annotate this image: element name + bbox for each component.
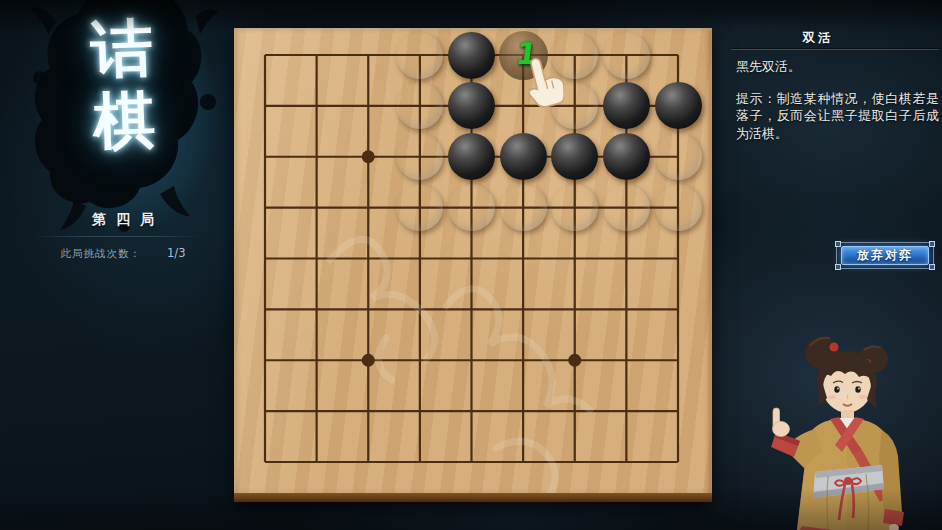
vignette-overlay [0, 0, 942, 530]
game-screen: 诘 棋 第四局 此局挑战次数： 1/3 1 双活 [0, 0, 942, 530]
